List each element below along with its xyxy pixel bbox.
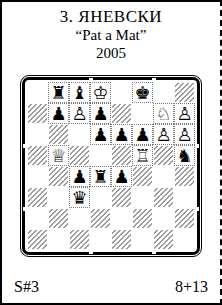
square-d7: ♟ [90, 103, 111, 124]
square-a1 [27, 229, 48, 250]
black-pawn-icon: ♟ [69, 166, 90, 187]
square-g5 [153, 145, 174, 166]
white-pawn-icon: ♙ [174, 103, 195, 124]
square-h2 [174, 208, 195, 229]
square-b5: ♕ [48, 145, 69, 166]
square-d6: ♟ [90, 124, 111, 145]
square-g1 [153, 229, 174, 250]
square-b4 [48, 166, 69, 187]
square-b3 [48, 187, 69, 208]
square-f1 [132, 229, 153, 250]
square-g4 [153, 166, 174, 187]
caption-row: S#3 8+13 [14, 278, 208, 296]
square-c5 [69, 145, 90, 166]
chessboard-border: ♜♝♔♚♟♙♟♘♙♟♟♟♙♙♕♖♞♟♜♟♛ [22, 77, 200, 255]
stipulation-label: S#3 [14, 278, 39, 296]
black-pawn-icon: ♟ [48, 103, 69, 124]
square-e3 [111, 187, 132, 208]
problem-header: 3. ЯНЕВСКИ “Pat a Mat” 2005 [2, 2, 220, 62]
square-f5: ♖ [132, 145, 153, 166]
square-e5 [111, 145, 132, 166]
border-notch [89, 78, 93, 81]
problem-subtitle: “Pat a Mat” [2, 26, 220, 44]
square-h1 [174, 229, 195, 250]
square-g3 [153, 187, 174, 208]
black-pawn-icon: ♟ [90, 124, 111, 145]
black-bishop-icon: ♝ [69, 82, 90, 103]
square-f6: ♟ [132, 124, 153, 145]
square-b1 [48, 229, 69, 250]
black-pawn-icon: ♟ [111, 124, 132, 145]
square-e1 [111, 229, 132, 250]
square-f4 [132, 166, 153, 187]
border-notch [89, 251, 93, 254]
problem-card: 3. ЯНЕВСКИ “Pat a Mat” 2005 ♜♝♔♚♟♙♟♘♙♟♟♟… [0, 0, 222, 305]
white-king-icon: ♔ [90, 82, 111, 103]
square-e8 [111, 82, 132, 103]
square-d1 [90, 229, 111, 250]
problem-title: 3. ЯНЕВСКИ [2, 7, 220, 26]
square-e6: ♟ [111, 124, 132, 145]
black-pawn-icon: ♟ [90, 103, 111, 124]
chessboard: ♜♝♔♚♟♙♟♘♙♟♟♟♙♙♕♖♞♟♜♟♛ [20, 75, 202, 257]
square-a3 [27, 187, 48, 208]
black-knight-icon: ♞ [174, 145, 195, 166]
black-king-icon: ♚ [132, 82, 153, 103]
black-rook-icon: ♜ [48, 82, 69, 103]
square-b7: ♟ [48, 103, 69, 124]
square-d3 [90, 187, 111, 208]
square-c7: ♙ [69, 103, 90, 124]
square-h8 [174, 82, 195, 103]
white-rook-icon: ♖ [132, 145, 153, 166]
border-notch [152, 78, 156, 81]
square-a7 [27, 103, 48, 124]
white-pawn-icon: ♙ [153, 124, 174, 145]
square-h4 [174, 166, 195, 187]
white-pawn-icon: ♙ [174, 124, 195, 145]
black-pawn-icon: ♟ [111, 166, 132, 187]
square-f8: ♚ [132, 82, 153, 103]
square-e2 [111, 208, 132, 229]
square-h7: ♙ [174, 103, 195, 124]
square-g2 [153, 208, 174, 229]
chessboard-grid: ♜♝♔♚♟♙♟♘♙♟♟♟♙♙♕♖♞♟♜♟♛ [27, 82, 195, 250]
square-a5 [27, 145, 48, 166]
black-queen-icon: ♛ [69, 187, 90, 208]
square-d5 [90, 145, 111, 166]
border-notch [23, 144, 26, 148]
black-rook-icon: ♜ [90, 166, 111, 187]
square-h3 [174, 187, 195, 208]
white-knight-icon: ♘ [153, 103, 174, 124]
square-a6 [27, 124, 48, 145]
border-notch [196, 144, 199, 148]
square-a4 [27, 166, 48, 187]
square-f3 [132, 187, 153, 208]
square-d8: ♔ [90, 82, 111, 103]
square-g6: ♙ [153, 124, 174, 145]
square-g7: ♘ [153, 103, 174, 124]
square-g8 [153, 82, 174, 103]
square-d4: ♜ [90, 166, 111, 187]
square-c6 [69, 124, 90, 145]
border-notch [152, 251, 156, 254]
square-e7 [111, 103, 132, 124]
square-c3: ♛ [69, 187, 90, 208]
square-a8 [27, 82, 48, 103]
square-d2 [90, 208, 111, 229]
border-notch [23, 207, 26, 211]
square-h6: ♙ [174, 124, 195, 145]
square-e4: ♟ [111, 166, 132, 187]
square-c8: ♝ [69, 82, 90, 103]
material-count-label: 8+13 [175, 278, 208, 296]
black-pawn-icon: ♟ [132, 124, 153, 145]
square-c2 [69, 208, 90, 229]
square-b6 [48, 124, 69, 145]
problem-year: 2005 [2, 44, 220, 62]
square-c4: ♟ [69, 166, 90, 187]
white-queen-icon: ♕ [48, 145, 69, 166]
square-c1 [69, 229, 90, 250]
square-h5: ♞ [174, 145, 195, 166]
square-f7 [132, 103, 153, 124]
border-notch [196, 207, 199, 211]
square-b8: ♜ [48, 82, 69, 103]
white-pawn-icon: ♙ [69, 103, 90, 124]
square-b2 [48, 208, 69, 229]
square-f2 [132, 208, 153, 229]
square-a2 [27, 208, 48, 229]
